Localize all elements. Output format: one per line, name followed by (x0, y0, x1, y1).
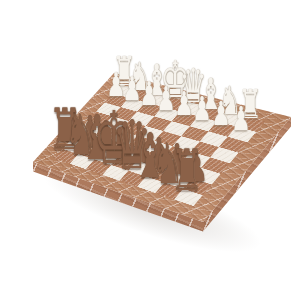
chess-set-photo: ♜♞♝♚♛♝♞♜♟♟♟♟♟♟♟♟♟♟♟♟♟♟♟♟♜♞♝♚♛♝♞♜ (0, 0, 300, 300)
brown-rook-glyph: ♜ (171, 142, 204, 199)
white-pawn-glyph: ♟ (174, 87, 193, 120)
white-pawn-glyph: ♟ (157, 82, 176, 115)
chess-pieces-layer: ♜♞♝♚♛♝♞♜♟♟♟♟♟♟♟♟♟♟♟♟♟♟♟♟♜♞♝♚♛♝♞♜ (0, 0, 300, 300)
white-pawn-glyph: ♟ (193, 92, 212, 125)
white-pawn-glyph: ♟ (231, 103, 250, 136)
white-pawn-glyph: ♟ (212, 97, 231, 130)
